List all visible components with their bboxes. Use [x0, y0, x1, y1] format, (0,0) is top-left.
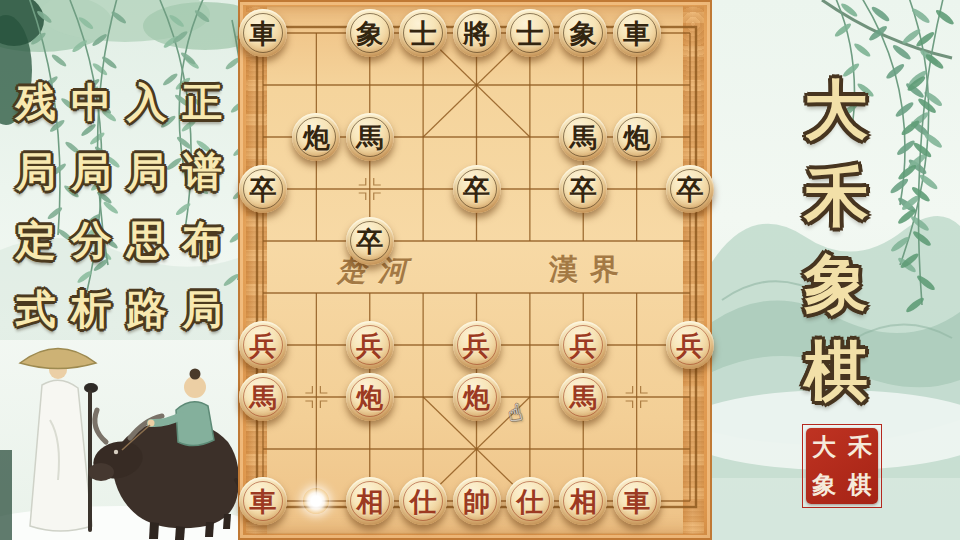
slogan-char: 分 [71, 218, 111, 262]
slogan-char: 式 [16, 287, 56, 331]
piece-red-仕[interactable]: 仕 [506, 477, 554, 525]
slogan-char: 中 [71, 80, 111, 124]
app-title-vertical: 大禾象棋 [712, 78, 960, 403]
piece-black-車[interactable]: 車 [239, 9, 287, 57]
slogan-char: 局 [71, 149, 111, 193]
slogan-char: 布 [182, 218, 222, 262]
piece-glyph: 車 [250, 488, 277, 515]
piece-glyph: 馬 [570, 384, 597, 411]
ox-herder-illustration [0, 330, 238, 540]
seal-char: 象 [812, 473, 836, 497]
piece-black-象[interactable]: 象 [346, 9, 394, 57]
left-panel: 残中入正局局局谱定分思布式析路局 [0, 0, 238, 540]
piece-glyph: 帥 [463, 488, 490, 515]
slogan-char: 析 [71, 287, 111, 331]
piece-glyph: 士 [516, 20, 543, 47]
piece-black-卒[interactable]: 卒 [666, 165, 714, 213]
piece-glyph: 馬 [570, 124, 597, 151]
piece-red-馬[interactable]: 馬 [559, 373, 607, 421]
piece-glyph: 卒 [677, 176, 704, 203]
piece-black-卒[interactable]: 卒 [453, 165, 501, 213]
brand-seal-logo: 大禾象棋 [802, 424, 882, 508]
piece-glyph: 車 [250, 20, 277, 47]
piece-glyph: 炮 [623, 124, 650, 151]
piece-glyph: 兵 [570, 332, 597, 359]
title-char: 棋 [804, 339, 868, 403]
piece-glyph: 象 [356, 20, 383, 47]
piece-black-士[interactable]: 士 [399, 9, 447, 57]
piece-red-兵[interactable]: 兵 [239, 321, 287, 369]
slogan-char: 局 [16, 149, 56, 193]
piece-black-士[interactable]: 士 [506, 9, 554, 57]
piece-red-相[interactable]: 相 [346, 477, 394, 525]
piece-red-相[interactable]: 相 [559, 477, 607, 525]
piece-glyph: 仕 [516, 488, 543, 515]
app-stage: 残中入正局局局谱定分思布式析路局 [0, 0, 960, 540]
piece-red-兵[interactable]: 兵 [346, 321, 394, 369]
piece-black-卒[interactable]: 卒 [239, 165, 287, 213]
piece-glyph: 車 [623, 488, 650, 515]
right-panel: 大禾象棋 大禾象棋 [712, 0, 960, 540]
piece-red-車[interactable]: 車 [613, 477, 661, 525]
piece-glyph: 相 [356, 488, 383, 515]
piece-red-炮[interactable]: 炮 [453, 373, 501, 421]
seal-characters: 大禾象棋 [806, 428, 878, 504]
piece-black-卒[interactable]: 卒 [559, 165, 607, 213]
piece-red-兵[interactable]: 兵 [453, 321, 501, 369]
piece-black-馬[interactable]: 馬 [559, 113, 607, 161]
slogan-text-block: 残中入正局局局谱定分思布式析路局 [8, 80, 230, 331]
piece-glyph: 卒 [570, 176, 597, 203]
slogan-char: 局 [127, 149, 167, 193]
slogan-char: 局 [182, 287, 222, 331]
piece-black-車[interactable]: 車 [613, 9, 661, 57]
piece-glyph: 士 [410, 20, 437, 47]
slogan-char: 定 [16, 218, 56, 262]
piece-red-兵[interactable]: 兵 [559, 321, 607, 369]
piece-black-將[interactable]: 將 [453, 9, 501, 57]
piece-red-帥[interactable]: 帥 [453, 477, 501, 525]
title-char: 禾 [804, 165, 868, 229]
title-char: 大 [804, 78, 868, 142]
piece-glyph: 車 [623, 20, 650, 47]
piece-black-卒[interactable]: 卒 [346, 217, 394, 265]
piece-black-炮[interactable]: 炮 [613, 113, 661, 161]
piece-glyph: 仕 [410, 488, 437, 515]
piece-red-車[interactable]: 車 [239, 477, 287, 525]
piece-black-馬[interactable]: 馬 [346, 113, 394, 161]
piece-glyph: 馬 [250, 384, 277, 411]
seal-char: 大 [812, 435, 836, 459]
seal-char: 棋 [848, 473, 872, 497]
piece-black-炮[interactable]: 炮 [292, 113, 340, 161]
xiangqi-board: 楚河 漢界 車象士將士象車炮馬馬炮卒卒卒卒卒兵兵兵兵兵馬炮炮馬車相仕帥仕相車 ✦ [238, 0, 712, 540]
piece-glyph: 兵 [463, 332, 490, 359]
piece-glyph: 炮 [356, 384, 383, 411]
piece-glyph: 卒 [463, 176, 490, 203]
piece-red-兵[interactable]: 兵 [666, 321, 714, 369]
piece-glyph: 馬 [356, 124, 383, 151]
pieces-layer: 車象士將士象車炮馬馬炮卒卒卒卒卒兵兵兵兵兵馬炮炮馬車相仕帥仕相車 [238, 0, 712, 540]
piece-glyph: 炮 [463, 384, 490, 411]
piece-black-象[interactable]: 象 [559, 9, 607, 57]
piece-glyph: 卒 [356, 228, 383, 255]
piece-glyph: 相 [570, 488, 597, 515]
slogan-char: 谱 [182, 149, 222, 193]
seal-char: 禾 [848, 435, 872, 459]
piece-red-炮[interactable]: 炮 [346, 373, 394, 421]
slogan-char: 入 [127, 80, 167, 124]
slogan-char: 正 [182, 80, 222, 124]
piece-glyph: 炮 [303, 124, 330, 151]
piece-glyph: 將 [463, 20, 490, 47]
slogan-char: 思 [127, 218, 167, 262]
piece-red-馬[interactable]: 馬 [239, 373, 287, 421]
piece-glyph: 卒 [250, 176, 277, 203]
piece-glyph: 兵 [250, 332, 277, 359]
slogan-char: 路 [127, 287, 167, 331]
title-char: 象 [804, 252, 868, 316]
piece-glyph: 兵 [356, 332, 383, 359]
piece-glyph: 象 [570, 20, 597, 47]
piece-glyph: 兵 [677, 332, 704, 359]
slogan-char: 残 [16, 80, 56, 124]
piece-red-仕[interactable]: 仕 [399, 477, 447, 525]
